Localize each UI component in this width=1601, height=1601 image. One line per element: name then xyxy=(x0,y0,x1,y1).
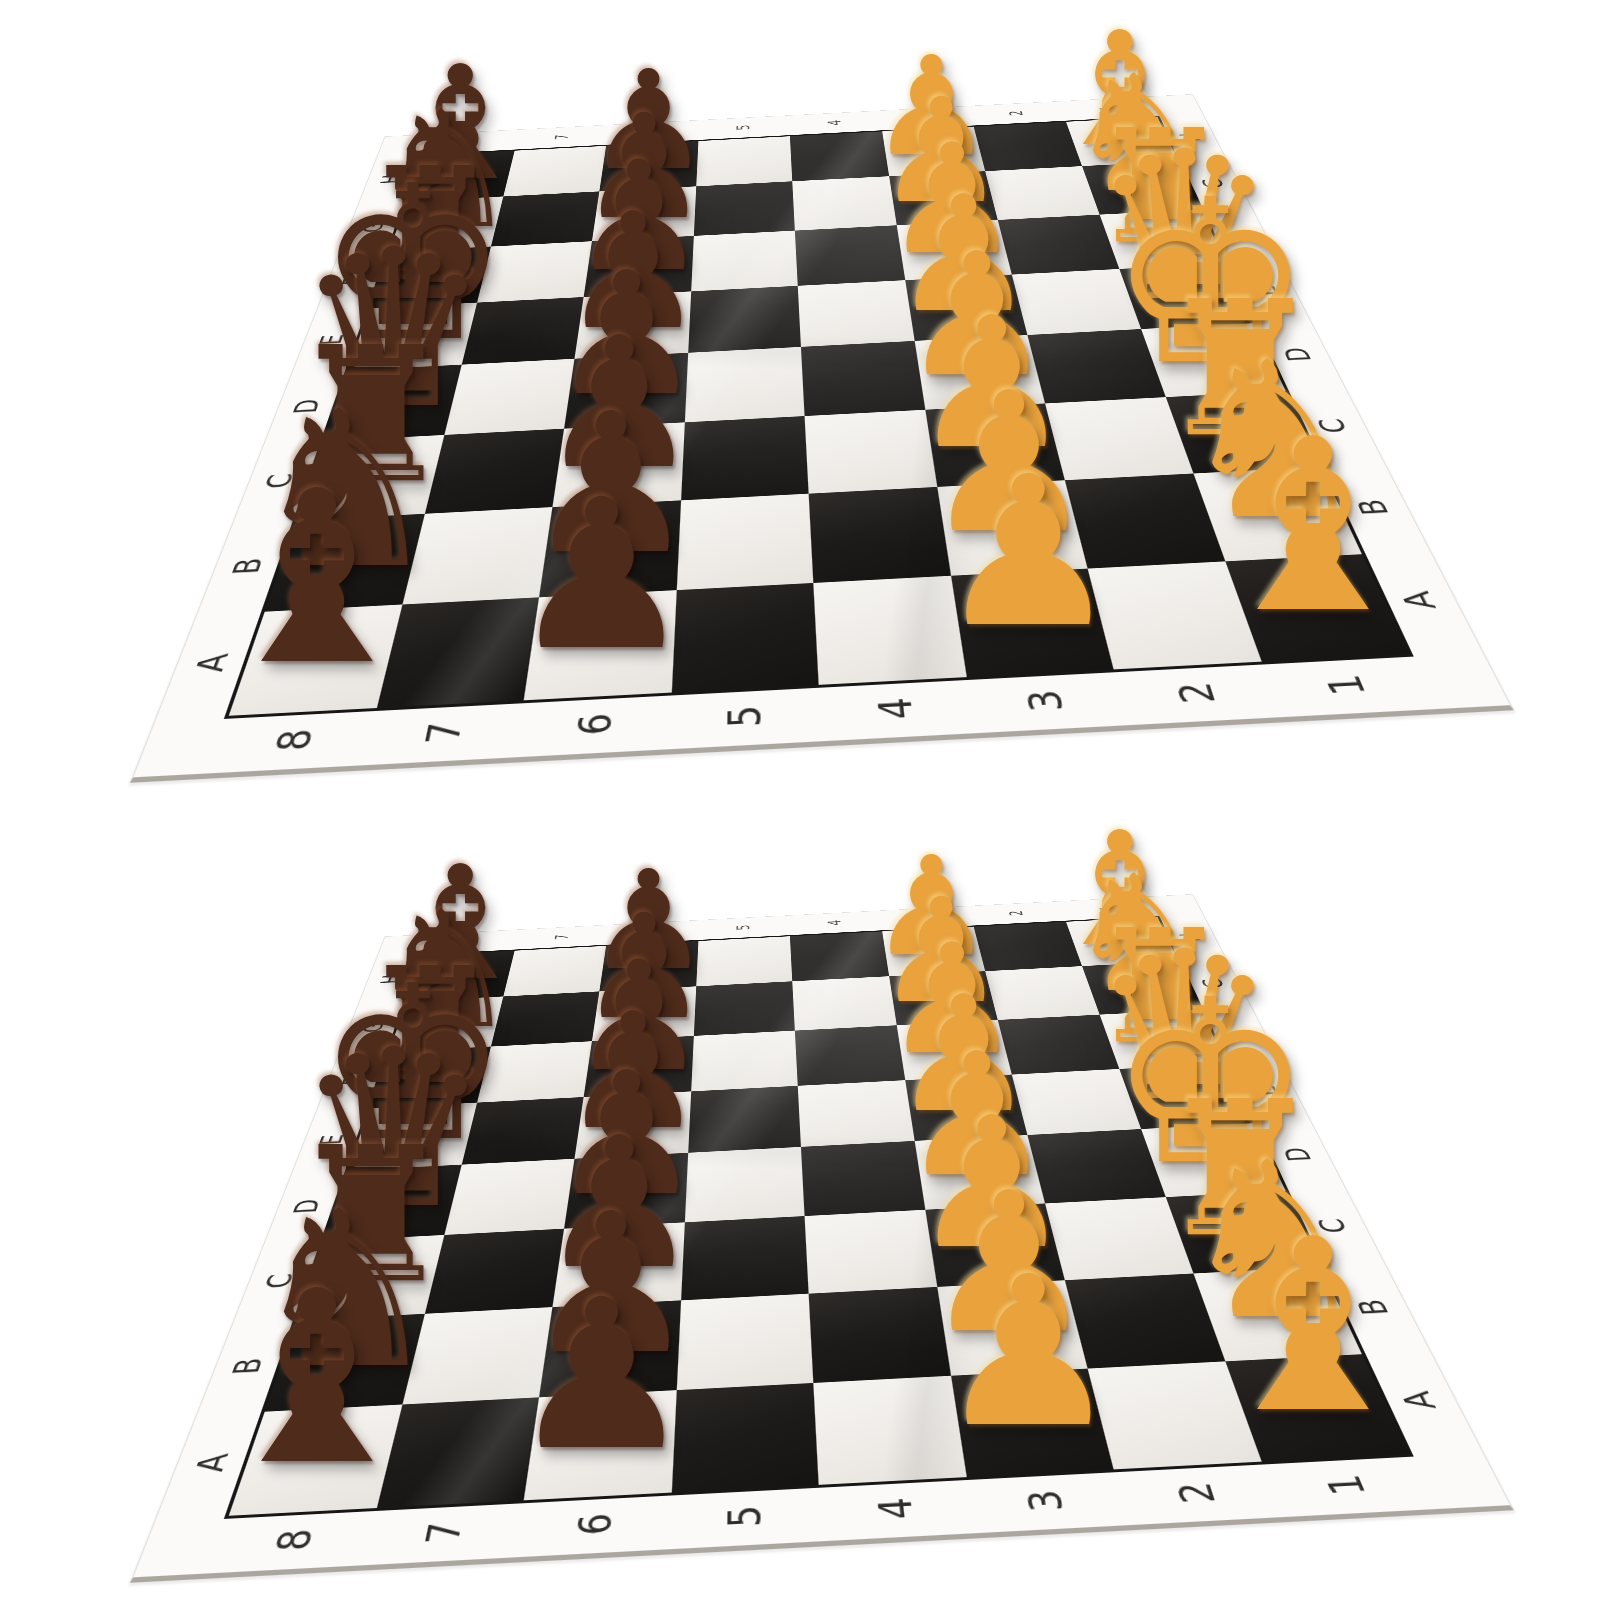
square-f1 xyxy=(1099,1009,1226,1068)
rank-label-bottom-5: 5 xyxy=(722,704,767,728)
square-h3 xyxy=(882,127,985,176)
square-a6 xyxy=(524,1390,676,1501)
square-c4 xyxy=(805,1209,937,1293)
vinyl-chess-board: HHGGFFEEDDCCBBAA8877665544332211 xyxy=(130,94,1514,783)
square-f4 xyxy=(795,1025,905,1085)
file-label-right-C: C xyxy=(1313,1218,1353,1234)
square-d8 xyxy=(324,365,462,441)
rank-label-top-4: 4 xyxy=(826,920,844,926)
square-c6 xyxy=(552,1222,684,1307)
square-g3 xyxy=(889,971,998,1025)
rank-label-bottom-3: 3 xyxy=(1021,689,1070,713)
square-b5 xyxy=(676,1294,813,1390)
square-c4 xyxy=(805,409,937,493)
square-g1 xyxy=(1082,961,1201,1015)
square-h6 xyxy=(599,141,698,191)
square-b3 xyxy=(937,480,1088,575)
square-h5 xyxy=(696,136,792,186)
product-photo-2: HHGGFFEEDDCCBBAA8877665544332211♝♞♜♛♚♜♞♝… xyxy=(0,800,1601,1601)
file-label-left-H: H xyxy=(377,974,405,984)
rank-label-bottom-7: 7 xyxy=(420,720,469,744)
file-label-right-G: G xyxy=(1198,978,1229,989)
square-f6 xyxy=(584,236,694,297)
square-e2 xyxy=(1012,269,1141,335)
square-g4 xyxy=(792,976,896,1031)
square-h2 xyxy=(974,922,1082,971)
square-f3 xyxy=(896,1020,1011,1080)
square-d8 xyxy=(324,1165,462,1241)
file-label-right-H: H xyxy=(1176,132,1205,142)
rank-label-top-1: 1 xyxy=(1097,905,1117,911)
square-f1 xyxy=(1099,209,1226,268)
product-photo-1: HHGGFFEEDDCCBBAA8877665544332211♝♞♜♛♚♜♞♝… xyxy=(0,0,1601,801)
square-h7 xyxy=(503,946,606,996)
rank-label-bottom-7: 7 xyxy=(420,1520,469,1544)
rank-label-top-6: 6 xyxy=(644,129,662,135)
file-label-right-C: C xyxy=(1313,418,1353,434)
square-f2 xyxy=(998,1015,1119,1075)
rank-label-bottom-8: 8 xyxy=(268,1528,320,1553)
square-g1 xyxy=(1082,161,1201,215)
file-label-right-A: A xyxy=(1396,590,1442,610)
square-a7 xyxy=(376,597,539,708)
file-label-right-A: A xyxy=(1396,1390,1442,1410)
square-a3 xyxy=(950,568,1113,677)
file-label-right-D: D xyxy=(1279,1147,1317,1162)
square-d5 xyxy=(684,347,804,422)
square-d3 xyxy=(914,1135,1045,1209)
square-e8 xyxy=(348,302,477,370)
board-grid xyxy=(229,917,1409,1516)
square-a3 xyxy=(950,1368,1113,1477)
square-h7 xyxy=(503,146,606,196)
square-e5 xyxy=(688,286,801,353)
rank-label-top-8: 8 xyxy=(462,939,481,945)
vinyl-chess-board: HHGGFFEEDDCCBBAA8877665544332211 xyxy=(130,894,1514,1583)
square-f7 xyxy=(477,241,592,302)
file-label-left-D: D xyxy=(289,1198,325,1214)
square-e7 xyxy=(461,1097,583,1165)
rank-label-bottom-1: 1 xyxy=(1319,1473,1373,1497)
square-a5 xyxy=(671,1383,818,1493)
file-label-left-C: C xyxy=(261,1273,299,1289)
rank-label-top-3: 3 xyxy=(916,915,935,921)
square-c3 xyxy=(925,1203,1065,1287)
square-g8 xyxy=(389,196,503,252)
page: { "game": "chess", "scene": { "descripti… xyxy=(0,0,1601,1601)
rank-label-top-5: 5 xyxy=(735,124,753,130)
square-e6 xyxy=(574,1091,690,1159)
file-label-right-E: E xyxy=(1250,1085,1284,1097)
rank-label-top-1: 1 xyxy=(1097,105,1117,111)
square-b6 xyxy=(539,1300,680,1397)
square-h4 xyxy=(790,931,889,981)
square-h6 xyxy=(599,941,698,991)
square-c7 xyxy=(424,428,564,513)
square-b4 xyxy=(809,487,951,583)
square-g7 xyxy=(490,191,599,246)
square-g5 xyxy=(693,181,794,236)
square-e4 xyxy=(798,1080,914,1147)
file-label-right-E: E xyxy=(1250,285,1284,297)
square-a5 xyxy=(671,583,818,693)
square-c5 xyxy=(681,1216,809,1301)
file-label-right-G: G xyxy=(1198,178,1229,189)
file-label-right-D: D xyxy=(1279,347,1317,362)
square-g8 xyxy=(389,996,503,1052)
square-h3 xyxy=(882,927,985,976)
square-f5 xyxy=(691,1031,798,1092)
square-g2 xyxy=(985,966,1099,1020)
file-label-left-A: A xyxy=(190,1453,235,1474)
square-f6 xyxy=(584,1036,694,1097)
square-e2 xyxy=(1012,1069,1141,1135)
square-b8 xyxy=(265,1314,424,1411)
square-d6 xyxy=(564,1153,688,1229)
rank-label-bottom-4: 4 xyxy=(872,697,919,721)
board-grid xyxy=(229,117,1409,716)
square-e8 xyxy=(348,1102,477,1170)
square-d5 xyxy=(684,1147,804,1222)
rank-label-bottom-4: 4 xyxy=(872,1497,919,1521)
square-g6 xyxy=(592,986,696,1041)
square-f2 xyxy=(998,215,1119,275)
square-g4 xyxy=(792,176,896,231)
file-label-left-G: G xyxy=(359,1021,389,1033)
square-e1 xyxy=(1119,263,1254,329)
rank-label-bottom-5: 5 xyxy=(722,1504,767,1528)
rank-label-top-7: 7 xyxy=(553,134,572,140)
square-g2 xyxy=(985,166,1099,220)
square-c7 xyxy=(424,1228,564,1313)
square-b4 xyxy=(809,1287,951,1383)
square-g5 xyxy=(693,981,794,1036)
square-f8 xyxy=(370,247,491,308)
square-c6 xyxy=(552,422,684,507)
square-c3 xyxy=(925,403,1065,487)
square-h8 xyxy=(407,151,515,202)
rank-label-bottom-1: 1 xyxy=(1319,673,1373,697)
square-d1 xyxy=(1141,1123,1286,1197)
file-label-left-D: D xyxy=(289,398,325,414)
square-f5 xyxy=(691,231,798,292)
square-a7 xyxy=(376,1397,539,1508)
file-label-left-H: H xyxy=(377,174,405,184)
file-label-right-F: F xyxy=(1223,1029,1255,1039)
square-h1 xyxy=(1066,917,1178,966)
square-f4 xyxy=(795,225,905,285)
square-f8 xyxy=(370,1047,491,1108)
square-a6 xyxy=(524,590,676,701)
square-d7 xyxy=(444,1159,575,1235)
square-e6 xyxy=(574,291,690,359)
square-b6 xyxy=(539,500,680,597)
file-label-left-B: B xyxy=(228,1357,269,1375)
square-g6 xyxy=(592,186,696,241)
square-c8 xyxy=(296,435,444,521)
square-g7 xyxy=(490,991,599,1046)
rank-label-bottom-6: 6 xyxy=(571,712,618,736)
rank-label-bottom-3: 3 xyxy=(1021,1489,1070,1513)
square-e5 xyxy=(688,1086,801,1153)
rank-label-bottom-6: 6 xyxy=(571,1512,618,1536)
file-label-right-B: B xyxy=(1352,498,1395,516)
square-d6 xyxy=(564,353,688,429)
square-e7 xyxy=(461,297,583,365)
square-e4 xyxy=(798,280,914,347)
rank-label-top-2: 2 xyxy=(1007,910,1026,916)
file-label-left-E: E xyxy=(315,334,348,346)
square-d7 xyxy=(444,359,575,435)
square-b8 xyxy=(265,514,424,611)
square-d3 xyxy=(914,335,1045,409)
rank-label-top-2: 2 xyxy=(1007,110,1026,116)
square-e1 xyxy=(1119,1063,1254,1129)
rank-label-top-8: 8 xyxy=(462,139,481,145)
square-d4 xyxy=(801,1141,925,1216)
file-label-left-C: C xyxy=(261,473,299,489)
square-f7 xyxy=(477,1041,592,1102)
file-label-left-A: A xyxy=(190,653,235,674)
square-b3 xyxy=(937,1280,1088,1375)
file-label-left-F: F xyxy=(339,1076,370,1086)
square-h8 xyxy=(407,951,515,1002)
square-b7 xyxy=(402,1307,552,1404)
square-h4 xyxy=(790,131,889,181)
square-g3 xyxy=(889,171,998,225)
rank-label-top-3: 3 xyxy=(916,115,935,121)
square-c8 xyxy=(296,1235,444,1321)
file-label-left-G: G xyxy=(359,221,389,233)
file-label-left-B: B xyxy=(228,557,269,575)
square-c5 xyxy=(681,416,809,501)
square-d4 xyxy=(801,341,925,416)
rank-label-bottom-2: 2 xyxy=(1170,681,1222,705)
square-h2 xyxy=(974,122,1082,171)
square-c1 xyxy=(1165,1191,1321,1274)
square-c1 xyxy=(1165,391,1321,474)
file-label-right-B: B xyxy=(1352,1298,1395,1316)
file-label-right-H: H xyxy=(1176,932,1205,942)
square-b5 xyxy=(676,494,813,590)
square-h5 xyxy=(696,936,792,986)
rank-label-top-7: 7 xyxy=(553,934,572,940)
file-label-left-E: E xyxy=(315,1134,348,1146)
rank-label-bottom-8: 8 xyxy=(268,728,320,753)
file-label-left-F: F xyxy=(339,276,370,286)
square-d1 xyxy=(1141,323,1286,397)
square-a8 xyxy=(229,604,402,716)
file-label-right-F: F xyxy=(1223,229,1255,239)
square-b7 xyxy=(402,507,552,604)
square-a4 xyxy=(813,575,966,685)
rank-label-top-6: 6 xyxy=(644,929,662,935)
square-e3 xyxy=(905,1074,1028,1141)
square-a8 xyxy=(229,1404,402,1516)
rank-label-top-4: 4 xyxy=(826,120,844,126)
rank-label-top-5: 5 xyxy=(735,924,753,930)
rank-label-bottom-2: 2 xyxy=(1170,1481,1222,1505)
square-f3 xyxy=(896,220,1011,280)
square-a4 xyxy=(813,1375,966,1485)
square-e3 xyxy=(905,274,1028,341)
square-h1 xyxy=(1066,117,1178,166)
